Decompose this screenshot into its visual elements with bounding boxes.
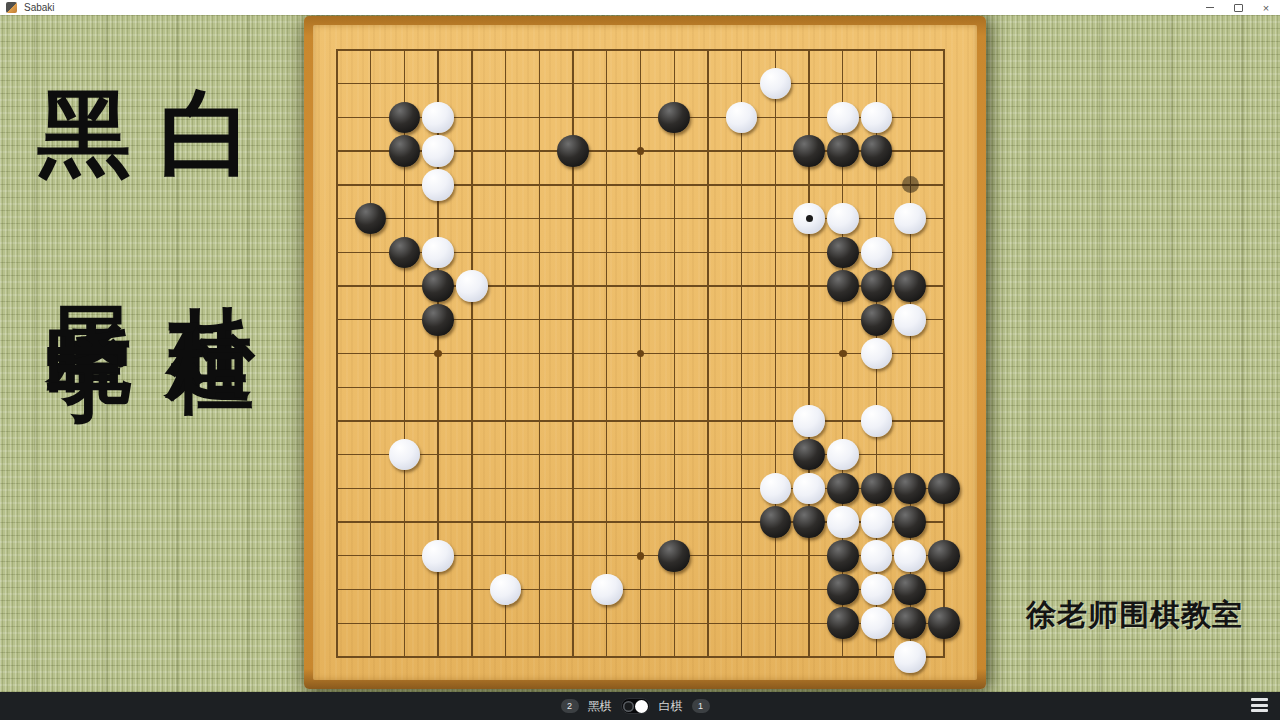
toggle-white-knob [635,700,648,713]
stone-white [861,338,893,370]
minimize-button[interactable] [1196,0,1224,15]
status-bar: 2 黑棋 白棋 1 [0,692,1280,720]
goban-grid[interactable] [337,50,944,657]
stone-white [456,270,488,302]
turn-toggle[interactable] [621,698,650,714]
maximize-button[interactable] [1224,0,1252,15]
close-icon: × [1263,2,1269,14]
watermark-text: 徐老师围棋教室 [1026,595,1243,636]
stone-black [658,540,690,572]
stone-black [928,540,960,572]
stone-white [760,68,792,100]
stone-black [827,540,859,572]
stone-white [422,135,454,167]
app-icon [6,2,17,13]
white-player-name: 朴廷桓 [161,235,255,274]
goban-surface [313,25,977,680]
black-player-name: 屠晓宇 [39,237,133,276]
stone-white [894,540,926,572]
stone-black [793,439,825,471]
stone-white [793,473,825,505]
stone-black [422,304,454,336]
stone-white [422,540,454,572]
stone-black [827,473,859,505]
stone-white [389,439,421,471]
stone-white [827,439,859,471]
stone-white [861,237,893,269]
stone-black [827,607,859,639]
stone-white [861,540,893,572]
black-capture-badge: 2 [561,699,579,713]
stone-black [793,506,825,538]
grid-line-horizontal [336,656,944,657]
star-point [637,147,645,155]
grid-line-vertical [707,49,708,657]
stone-black [928,607,960,639]
stone-black [422,270,454,302]
stone-white [861,405,893,437]
stone-black [760,506,792,538]
stone-white [422,102,454,134]
stone-black [861,473,893,505]
grid-line-vertical [775,49,776,657]
stone-black [389,102,421,134]
stone-black [861,270,893,302]
black-color-caption: 黑 [37,87,131,181]
stone-white [861,102,893,134]
title-bar: Sabaki × [0,0,1280,15]
stone-white [861,574,893,606]
variation-ghost-stone[interactable] [902,176,919,193]
stone-white [827,203,859,235]
stone-white [726,102,758,134]
grid-line-horizontal [336,387,944,388]
stone-black [793,135,825,167]
stone-black [894,607,926,639]
stone-black [827,270,859,302]
stone-black [355,203,387,235]
window-title: Sabaki [24,0,55,15]
tatami-background: 黑 屠晓宇 白 朴廷桓 徐老师围棋教室 [0,15,1280,692]
stone-black [658,102,690,134]
player-indicator-group: 2 黑棋 白棋 1 [561,698,710,715]
stone-white [894,203,926,235]
maximize-icon [1234,4,1243,12]
grid-line-horizontal [336,420,944,421]
stone-white [490,574,522,606]
star-point [434,350,442,358]
stone-white [422,237,454,269]
toggle-black-knob [623,701,634,712]
white-color-caption: 白 [159,87,253,181]
stone-black [389,237,421,269]
stone-white [760,473,792,505]
close-button[interactable]: × [1252,0,1280,15]
stone-white [591,574,623,606]
stone-black [827,574,859,606]
star-point [637,350,645,358]
white-bar-label: 白棋 [659,698,683,715]
stone-white [861,506,893,538]
stone-white [827,506,859,538]
star-point [839,350,847,358]
stone-white [793,405,825,437]
menu-icon[interactable] [1251,698,1268,712]
stone-black [894,574,926,606]
stone-black [827,135,859,167]
stone-white [827,102,859,134]
grid-line-vertical [741,49,742,657]
stone-black [389,135,421,167]
stone-black [861,135,893,167]
goban-board [304,16,986,689]
window-controls: × [1196,0,1280,15]
stone-white [894,304,926,336]
stone-black [894,506,926,538]
stone-white [894,641,926,673]
stone-white [861,607,893,639]
minimize-icon [1206,7,1214,8]
stone-black [861,304,893,336]
stone-white [422,169,454,201]
stone-black [894,270,926,302]
white-capture-badge: 1 [692,699,710,713]
stone-black [928,473,960,505]
stone-black [827,237,859,269]
stone-black [557,135,589,167]
stone-black [894,473,926,505]
black-bar-label: 黑棋 [588,698,612,715]
last-move-marker [806,215,813,222]
star-point [637,552,645,560]
